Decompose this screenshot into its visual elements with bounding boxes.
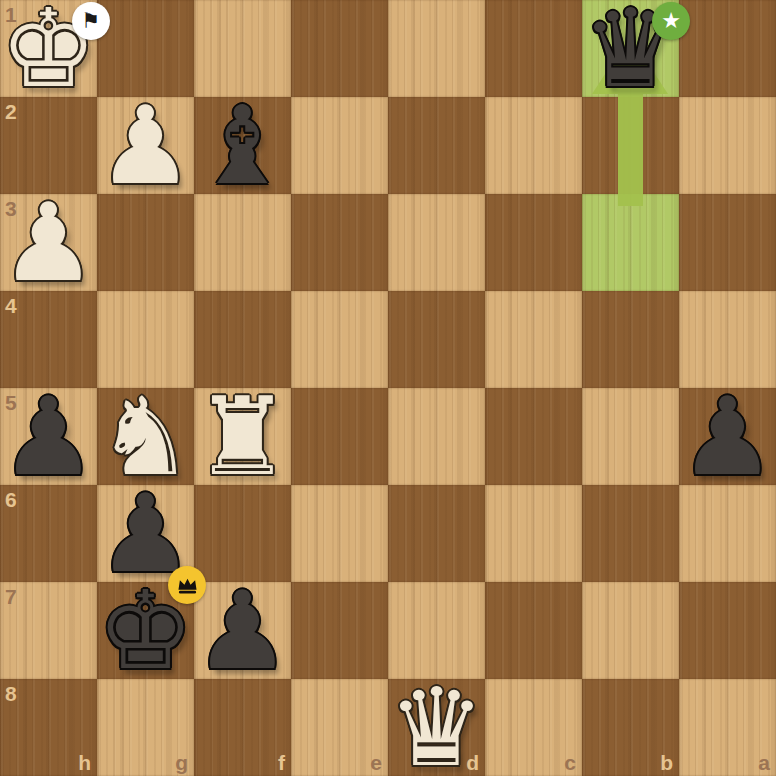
square-a5[interactable]: ♟ <box>679 388 776 485</box>
chess-board-wrap: 1♚♛2♟♝3♟45♟♞♜♟6♟7♚♟8hgfed♛cba ⚑★ <box>0 0 776 776</box>
piece-black-pawn-a5[interactable]: ♟ <box>679 388 776 485</box>
piece-white-pawn-h3[interactable]: ♟ <box>0 194 97 291</box>
square-c4[interactable] <box>485 291 582 388</box>
square-e2[interactable] <box>291 97 388 194</box>
square-h7[interactable]: 7 <box>0 582 97 679</box>
crown-icon <box>176 576 199 595</box>
square-g3[interactable] <box>97 194 194 291</box>
square-h8[interactable]: 8h <box>0 679 97 776</box>
square-g2[interactable]: ♟ <box>97 97 194 194</box>
square-b6[interactable] <box>582 485 679 582</box>
file-label-f: f <box>278 752 285 773</box>
square-c7[interactable] <box>485 582 582 679</box>
piece-white-rook-f5[interactable]: ♜ <box>194 388 291 485</box>
square-a7[interactable] <box>679 582 776 679</box>
square-a6[interactable] <box>679 485 776 582</box>
square-c1[interactable] <box>485 0 582 97</box>
piece-black-pawn-f7[interactable]: ♟ <box>194 582 291 679</box>
square-d3[interactable] <box>388 194 485 291</box>
square-a3[interactable] <box>679 194 776 291</box>
square-c5[interactable] <box>485 388 582 485</box>
chess-board: 1♚♛2♟♝3♟45♟♞♜♟6♟7♚♟8hgfed♛cba <box>0 0 776 776</box>
crown-badge <box>168 566 206 604</box>
star-badge: ★ <box>652 2 690 40</box>
square-f3[interactable] <box>194 194 291 291</box>
square-a8[interactable]: a <box>679 679 776 776</box>
piece-white-queen-d8[interactable]: ♛ <box>388 679 485 776</box>
square-b5[interactable] <box>582 388 679 485</box>
square-e3[interactable] <box>291 194 388 291</box>
square-e4[interactable] <box>291 291 388 388</box>
square-f8[interactable]: f <box>194 679 291 776</box>
square-b4[interactable] <box>582 291 679 388</box>
rank-label-7: 7 <box>5 586 17 607</box>
square-a1[interactable] <box>679 0 776 97</box>
square-c2[interactable] <box>485 97 582 194</box>
square-h5[interactable]: 5♟ <box>0 388 97 485</box>
square-d5[interactable] <box>388 388 485 485</box>
square-f5[interactable]: ♜ <box>194 388 291 485</box>
square-f7[interactable]: ♟ <box>194 582 291 679</box>
square-e6[interactable] <box>291 485 388 582</box>
square-b8[interactable]: b <box>582 679 679 776</box>
square-d2[interactable] <box>388 97 485 194</box>
file-label-a: a <box>758 752 770 773</box>
file-label-b: b <box>660 752 673 773</box>
file-label-c: c <box>564 752 576 773</box>
file-label-h: h <box>78 752 91 773</box>
piece-white-pawn-g2[interactable]: ♟ <box>97 97 194 194</box>
square-e7[interactable] <box>291 582 388 679</box>
square-d4[interactable] <box>388 291 485 388</box>
square-b3[interactable] <box>582 194 679 291</box>
square-e8[interactable]: e <box>291 679 388 776</box>
square-f2[interactable]: ♝ <box>194 97 291 194</box>
square-d8[interactable]: d♛ <box>388 679 485 776</box>
piece-black-pawn-h5[interactable]: ♟ <box>0 388 97 485</box>
square-h6[interactable]: 6 <box>0 485 97 582</box>
square-g8[interactable]: g <box>97 679 194 776</box>
square-e5[interactable] <box>291 388 388 485</box>
flag-badge: ⚑ <box>72 2 110 40</box>
square-d1[interactable] <box>388 0 485 97</box>
square-c6[interactable] <box>485 485 582 582</box>
piece-black-bishop-f2[interactable]: ♝ <box>194 97 291 194</box>
rank-label-8: 8 <box>5 683 17 704</box>
square-c3[interactable] <box>485 194 582 291</box>
square-e1[interactable] <box>291 0 388 97</box>
file-label-e: e <box>370 752 382 773</box>
square-c8[interactable]: c <box>485 679 582 776</box>
square-b2[interactable] <box>582 97 679 194</box>
square-b7[interactable] <box>582 582 679 679</box>
square-d6[interactable] <box>388 485 485 582</box>
file-label-g: g <box>175 752 188 773</box>
square-h3[interactable]: 3♟ <box>0 194 97 291</box>
square-a2[interactable] <box>679 97 776 194</box>
